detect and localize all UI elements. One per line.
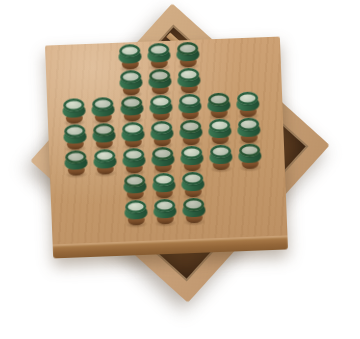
peg-r6c3[interactable] [123, 174, 147, 201]
hole-r2c3 [116, 70, 146, 97]
board-blank [92, 201, 122, 228]
peg-r2c4[interactable] [148, 69, 172, 96]
hole-r5c6 [206, 144, 236, 171]
peg-r1c4[interactable] [147, 43, 171, 70]
board-blank [87, 71, 117, 98]
hole-r7c5 [179, 197, 209, 224]
board-blank [236, 169, 266, 196]
hole-r1c5 [173, 42, 203, 69]
peg-r2c5[interactable] [177, 68, 201, 95]
peg-r1c3[interactable] [118, 44, 142, 71]
hole-r7c3 [121, 200, 151, 227]
peg-r1c5[interactable] [176, 42, 200, 69]
hole-r4c2 [89, 123, 119, 150]
hole-r3c7 [233, 91, 263, 118]
peg-r7c5[interactable] [182, 198, 206, 225]
peg-r5c5[interactable] [180, 146, 204, 173]
board-blank [86, 45, 116, 72]
hole-r4c4 [147, 121, 177, 148]
peg-r3c7[interactable] [236, 91, 260, 118]
peg-solitaire-product-photo [0, 0, 360, 339]
hole-r6c5 [178, 171, 208, 198]
peg-grid [57, 39, 267, 229]
peg-r4c6[interactable] [208, 119, 232, 146]
hole-r3c2 [88, 97, 118, 124]
board-blank [232, 65, 262, 92]
board-blank [63, 202, 93, 229]
peg-r3c1[interactable] [62, 98, 86, 125]
peg-r4c3[interactable] [121, 122, 145, 149]
peg-r5c3[interactable] [122, 148, 146, 175]
hole-r7c4 [150, 199, 180, 226]
hole-r1c3 [115, 44, 145, 71]
board-blank [57, 46, 87, 73]
hole-r3c5 [175, 94, 205, 121]
peg-r4c4[interactable] [150, 121, 174, 148]
board-blank [58, 72, 88, 99]
hole-r3c1 [59, 98, 89, 125]
peg-r3c4[interactable] [149, 95, 173, 122]
peg-r6c5[interactable] [181, 172, 205, 199]
board-blank [208, 196, 238, 223]
hole-r4c3 [118, 122, 148, 149]
hole-r4c5 [176, 120, 206, 147]
peg-r3c3[interactable] [120, 96, 144, 123]
peg-r3c2[interactable] [91, 97, 115, 124]
board-blank [91, 175, 121, 202]
board-blank [202, 40, 232, 67]
peg-r7c3[interactable] [124, 200, 148, 227]
hole-r3c4 [146, 95, 176, 122]
board-face [45, 37, 287, 245]
peg-r7c4[interactable] [153, 199, 177, 226]
solitaire-board [45, 37, 288, 259]
peg-r4c7[interactable] [237, 117, 261, 144]
hole-r5c1 [61, 150, 91, 177]
hole-r3c3 [117, 96, 147, 123]
hole-r5c3 [119, 148, 149, 175]
board-blank [203, 66, 233, 93]
hole-r6c3 [120, 174, 150, 201]
hole-r4c1 [60, 124, 90, 151]
hole-r2c5 [174, 68, 204, 95]
hole-r5c2 [90, 149, 120, 176]
peg-r4c2[interactable] [92, 123, 116, 150]
board-blank [237, 195, 267, 222]
peg-r5c2[interactable] [93, 149, 117, 176]
hole-r5c4 [148, 147, 178, 174]
hole-r1c4 [144, 43, 174, 70]
peg-r5c6[interactable] [209, 144, 233, 171]
peg-r4c5[interactable] [179, 120, 203, 147]
hole-r3c6 [204, 92, 234, 119]
peg-r5c7[interactable] [238, 143, 262, 170]
board-blank [231, 39, 261, 66]
peg-r4c1[interactable] [63, 124, 87, 151]
peg-r6c4[interactable] [152, 173, 176, 200]
hole-r4c6 [205, 118, 235, 145]
hole-r5c5 [177, 145, 207, 172]
hole-r4c7 [234, 117, 264, 144]
hole-r6c4 [149, 173, 179, 200]
board-blank [207, 170, 237, 197]
peg-r3c5[interactable] [178, 94, 202, 121]
board-blank [62, 176, 92, 203]
hole-r5c7 [235, 143, 265, 170]
peg-r5c1[interactable] [64, 150, 88, 177]
hole-r2c4 [145, 69, 175, 96]
peg-r5c4[interactable] [151, 147, 175, 174]
peg-r2c3[interactable] [119, 70, 143, 97]
peg-r3c6[interactable] [207, 93, 231, 120]
